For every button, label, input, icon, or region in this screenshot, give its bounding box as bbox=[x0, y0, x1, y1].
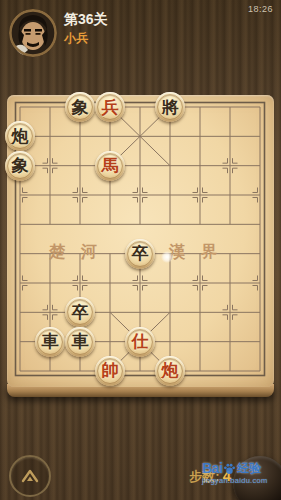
piece-black[interactable]: 象 bbox=[65, 92, 95, 122]
piece-red[interactable]: 炮 bbox=[155, 356, 185, 386]
avatar[interactable] bbox=[9, 9, 57, 57]
level-subtitle: 小兵 bbox=[64, 30, 88, 47]
watermark-brand-suffix: 经验 bbox=[237, 462, 261, 475]
board-surface[interactable]: 楚河 漢界 象兵將炮象馬卒卒車車仕帥炮 bbox=[7, 95, 274, 387]
piece-red[interactable]: 兵 bbox=[95, 92, 125, 122]
move-highlight-dot bbox=[161, 251, 173, 263]
watermark-brand-prefix: Bai bbox=[202, 461, 222, 476]
expand-button[interactable] bbox=[9, 455, 51, 497]
avatar-portrait-icon bbox=[9, 9, 57, 57]
paw-icon bbox=[223, 462, 236, 475]
watermark-url: jingyan.baidu.com bbox=[202, 477, 268, 485]
piece-black[interactable]: 卒 bbox=[125, 239, 155, 269]
level-title: 第36关 bbox=[64, 11, 108, 29]
river-label-left: 楚河 bbox=[49, 242, 113, 263]
piece-black[interactable]: 車 bbox=[65, 327, 95, 357]
piece-black[interactable]: 車 bbox=[35, 327, 65, 357]
piece-red[interactable]: 帥 bbox=[95, 356, 125, 386]
piece-red[interactable]: 馬 bbox=[95, 151, 125, 181]
piece-black[interactable]: 將 bbox=[155, 92, 185, 122]
watermark: Bai 经验 jingyan.baidu.com bbox=[202, 461, 268, 486]
game-screen: 第36关 小兵 18:26 楚河 漢界 象兵將炮象馬卒卒車車仕帥炮 步数: 4 … bbox=[0, 0, 281, 500]
clock-text: 18:26 bbox=[248, 4, 273, 14]
river-label-right: 漢界 bbox=[169, 242, 233, 263]
chevron-up-icon bbox=[20, 468, 40, 484]
piece-black[interactable]: 象 bbox=[5, 151, 35, 181]
piece-red[interactable]: 仕 bbox=[125, 327, 155, 357]
